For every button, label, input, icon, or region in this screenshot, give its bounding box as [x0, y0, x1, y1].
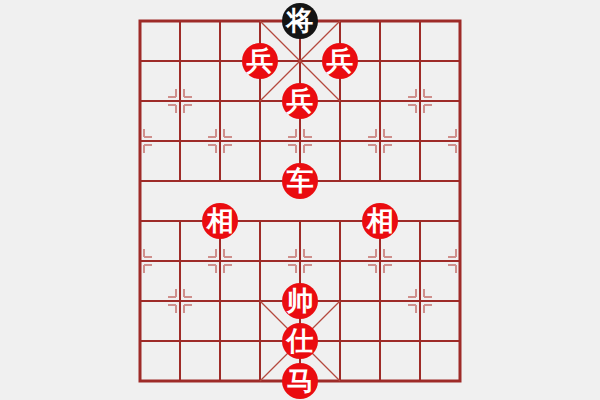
piece-glyph: 车	[287, 167, 314, 194]
piece-glyph: 仕	[287, 327, 314, 354]
piece-glyph: 帅	[287, 287, 314, 314]
piece-red-chariot[interactable]: 车	[282, 163, 318, 199]
xiangqi-diagram: 将兵兵兵车相相帅仕马	[0, 0, 600, 400]
piece-red-soldier[interactable]: 兵	[242, 43, 278, 79]
piece-glyph: 将	[287, 7, 314, 34]
piece-red-elephant[interactable]: 相	[202, 203, 238, 239]
piece-red-horse[interactable]: 马	[282, 363, 318, 399]
piece-glyph: 兵	[327, 47, 354, 74]
piece-red-general[interactable]: 帅	[282, 283, 318, 319]
piece-glyph: 相	[207, 207, 234, 234]
piece-glyph: 兵	[247, 47, 274, 74]
piece-black-general[interactable]: 将	[282, 3, 318, 39]
pieces-grid: 将兵兵兵车相相帅仕马	[120, 1, 480, 400]
piece-glyph: 相	[367, 207, 394, 234]
piece-glyph: 兵	[287, 87, 314, 114]
piece-red-elephant[interactable]: 相	[362, 203, 398, 239]
piece-glyph: 马	[287, 367, 314, 394]
piece-red-soldier[interactable]: 兵	[282, 83, 318, 119]
piece-red-soldier[interactable]: 兵	[322, 43, 358, 79]
piece-red-advisor[interactable]: 仕	[282, 323, 318, 359]
